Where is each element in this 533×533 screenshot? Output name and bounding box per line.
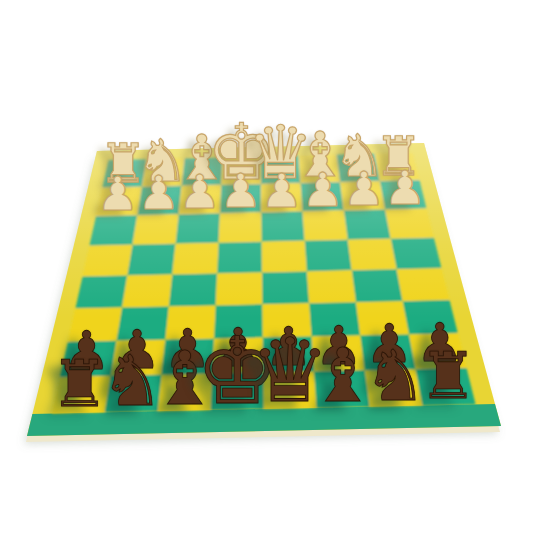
piece-black-knight-b8[interactable]: ♞	[364, 340, 427, 410]
chess-board	[0, 0, 533, 533]
piece-white-pawn-d2[interactable]: ♟	[261, 167, 303, 214]
piece-white-pawn-g2[interactable]: ♟	[138, 170, 180, 217]
piece-white-pawn-h2[interactable]: ♟	[97, 171, 139, 218]
photo-scene: ♜♞♝♚♛♝♞♜♟♟♟♟♟♟♟♟♟♟♟♟♟♟♟♟♜♞♝♚♛♝♞♜	[0, 0, 533, 533]
piece-black-rook-a8[interactable]: ♜	[419, 344, 477, 408]
piece-white-pawn-c2[interactable]: ♟	[302, 166, 344, 213]
piece-white-pawn-e2[interactable]: ♟	[220, 168, 262, 215]
piece-black-rook-h8[interactable]: ♜	[51, 352, 109, 416]
piece-white-pawn-b2[interactable]: ♟	[343, 165, 385, 212]
piece-white-pawn-a2[interactable]: ♟	[384, 164, 426, 211]
piece-white-pawn-f2[interactable]: ♟	[179, 169, 221, 216]
